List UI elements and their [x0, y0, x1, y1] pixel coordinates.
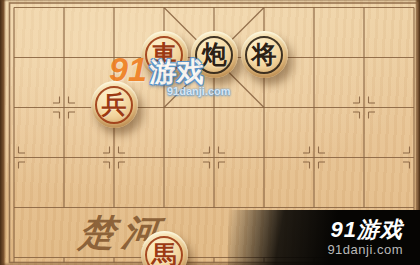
- xiangqi-screenshot: 楚河 車炮将兵馬 91 游戏 91danji.com 91游戏 91danji.…: [0, 0, 420, 265]
- piece-black-cannon[interactable]: 炮: [191, 31, 238, 78]
- site-logo-bar: 91游戏 91danji.com: [228, 210, 420, 265]
- piece-black-general[interactable]: 将: [241, 31, 288, 78]
- piece-glyph: 馬: [152, 242, 177, 265]
- piece-glyph: 将: [252, 42, 277, 67]
- piece-glyph: 兵: [102, 92, 127, 117]
- piece-glyph: 炮: [202, 42, 227, 67]
- piece-glyph: 車: [152, 42, 177, 67]
- piece-red-chariot[interactable]: 車: [141, 31, 188, 78]
- piece-red-horse[interactable]: 馬: [141, 231, 188, 265]
- site-logo-text: 91游戏: [331, 218, 403, 242]
- piece-red-soldier[interactable]: 兵: [91, 81, 138, 128]
- site-url-text: 91danji.com: [327, 242, 403, 257]
